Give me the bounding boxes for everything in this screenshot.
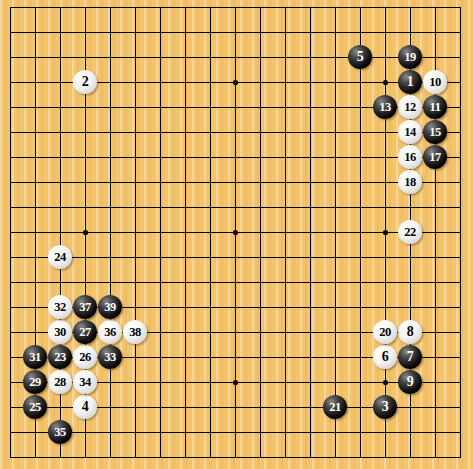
stone-black-37: 37 — [73, 295, 97, 319]
go-board: 1234567891011121314151617181920212223242… — [0, 0, 473, 469]
stone-black-17: 17 — [423, 145, 447, 169]
stone-black-11: 11 — [423, 95, 447, 119]
stone-white-12: 12 — [398, 95, 422, 119]
stones-grid[interactable]: 1234567891011121314151617181920212223242… — [0, 0, 473, 469]
stone-white-26: 26 — [73, 345, 97, 369]
stone-black-15: 15 — [423, 120, 447, 144]
stone-white-8: 8 — [398, 320, 422, 344]
stone-black-21: 21 — [323, 395, 347, 419]
stone-black-35: 35 — [48, 420, 72, 444]
stone-white-38: 38 — [123, 320, 147, 344]
stone-white-34: 34 — [73, 370, 97, 394]
stone-black-39: 39 — [98, 295, 122, 319]
stone-black-9: 9 — [398, 370, 422, 394]
stone-black-3: 3 — [373, 395, 397, 419]
stone-black-29: 29 — [23, 370, 47, 394]
stone-black-31: 31 — [23, 345, 47, 369]
stone-black-33: 33 — [98, 345, 122, 369]
stone-white-6: 6 — [373, 345, 397, 369]
stone-white-24: 24 — [48, 245, 72, 269]
stone-black-23: 23 — [48, 345, 72, 369]
stone-white-36: 36 — [98, 320, 122, 344]
stone-black-7: 7 — [398, 345, 422, 369]
stone-black-1: 1 — [398, 70, 422, 94]
stone-black-25: 25 — [23, 395, 47, 419]
stone-white-18: 18 — [398, 170, 422, 194]
stone-black-5: 5 — [348, 45, 372, 69]
stone-white-20: 20 — [373, 320, 397, 344]
stone-black-19: 19 — [398, 45, 422, 69]
stone-white-4: 4 — [73, 395, 97, 419]
stone-white-2: 2 — [73, 70, 97, 94]
stone-white-28: 28 — [48, 370, 72, 394]
stone-black-27: 27 — [73, 320, 97, 344]
stone-white-22: 22 — [398, 220, 422, 244]
stone-black-13: 13 — [373, 95, 397, 119]
stone-white-30: 30 — [48, 320, 72, 344]
stone-white-10: 10 — [423, 70, 447, 94]
stone-white-32: 32 — [48, 295, 72, 319]
stone-white-14: 14 — [398, 120, 422, 144]
stone-white-16: 16 — [398, 145, 422, 169]
